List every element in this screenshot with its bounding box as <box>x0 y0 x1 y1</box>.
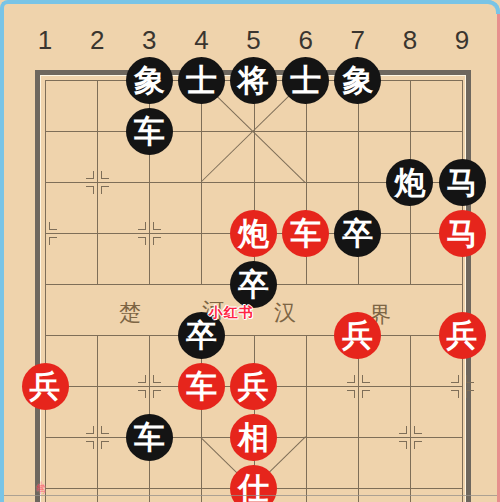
point-marker-c3r4 <box>138 222 146 230</box>
file-line-8-bottom <box>410 335 411 502</box>
piece-black-c3r2[interactable]: 车 <box>126 108 173 155</box>
column-label-3: 3 <box>142 25 156 56</box>
point-marker-c7r7 <box>347 390 355 398</box>
point-marker-c8r8 <box>414 426 422 434</box>
column-label-8: 8 <box>403 25 417 56</box>
piece-red-c5r8[interactable]: 相 <box>230 414 277 461</box>
point-marker-c3r7 <box>138 390 146 398</box>
piece-red-c9r6[interactable]: 兵 <box>439 312 486 359</box>
piece-red-c4r7[interactable]: 车 <box>178 363 225 410</box>
river-char-1: 楚 <box>119 298 141 328</box>
file-line-9 <box>462 80 463 502</box>
point-marker-c9r7 <box>466 390 474 398</box>
file-line-7-bottom <box>358 335 359 502</box>
piece-red-c6r4[interactable]: 车 <box>282 210 329 257</box>
column-label-9: 9 <box>455 25 469 56</box>
point-marker-c3r4 <box>153 222 161 230</box>
piece-red-c9r4[interactable]: 马 <box>439 210 486 257</box>
piece-black-c3r8[interactable]: 车 <box>126 414 173 461</box>
column-label-4: 4 <box>194 25 208 56</box>
point-marker-c1r4 <box>49 222 57 230</box>
blue-frame-corner <box>486 0 500 14</box>
column-label-5: 5 <box>246 25 260 56</box>
file-line-2-bottom <box>97 335 98 502</box>
file-line-1 <box>45 80 46 502</box>
piece-black-c8r3[interactable]: 炮 <box>386 159 433 206</box>
point-marker-c1r4 <box>49 237 57 245</box>
point-marker-c8r8 <box>414 441 422 449</box>
piece-black-c7r4[interactable]: 卒 <box>334 210 381 257</box>
point-marker-c8r8 <box>399 441 407 449</box>
column-label-2: 2 <box>90 25 104 56</box>
point-marker-c3r4 <box>153 237 161 245</box>
watermark-bottom-left: 小红书 <box>34 474 47 480</box>
point-marker-c2r8 <box>101 426 109 434</box>
point-marker-c2r3 <box>101 171 109 179</box>
screenshot-root: 123456789 楚河汉界 象士将士象车炮马炮车卒马卒卒兵兵兵车兵车相仕 小红… <box>0 0 500 502</box>
piece-black-c7r1[interactable]: 象 <box>334 57 381 104</box>
point-marker-c2r8 <box>101 441 109 449</box>
piece-black-c5r5[interactable]: 卒 <box>230 261 277 308</box>
point-marker-c2r8 <box>86 426 94 434</box>
point-marker-c2r3 <box>101 186 109 194</box>
point-marker-c7r7 <box>362 375 370 383</box>
piece-black-c4r1[interactable]: 士 <box>178 57 225 104</box>
point-marker-c9r7 <box>451 375 459 383</box>
piece-black-c9r3[interactable]: 马 <box>439 159 486 206</box>
point-marker-c3r7 <box>153 390 161 398</box>
point-marker-c9r7 <box>451 390 459 398</box>
file-line-2-top <box>97 80 98 284</box>
river-char-3: 汉 <box>274 298 296 328</box>
point-marker-c8r8 <box>399 426 407 434</box>
piece-black-c3r1[interactable]: 象 <box>126 57 173 104</box>
point-marker-c2r3 <box>86 171 94 179</box>
piece-black-c5r1[interactable]: 将 <box>230 57 277 104</box>
column-label-6: 6 <box>298 25 312 56</box>
point-marker-c2r8 <box>86 441 94 449</box>
point-marker-c7r7 <box>347 375 355 383</box>
point-marker-c3r7 <box>138 375 146 383</box>
point-marker-c3r4 <box>138 237 146 245</box>
file-line-4-bottom <box>201 335 202 502</box>
piece-red-c5r4[interactable]: 炮 <box>230 210 277 257</box>
piece-red-c5r7[interactable]: 兵 <box>230 363 277 410</box>
piece-black-c6r1[interactable]: 士 <box>282 57 329 104</box>
piece-red-c1r7[interactable]: 兵 <box>22 363 69 410</box>
piece-red-c7r6[interactable]: 兵 <box>334 312 381 359</box>
file-line-6-bottom <box>306 335 307 502</box>
column-label-1: 1 <box>38 25 52 56</box>
point-marker-c3r7 <box>153 375 161 383</box>
point-marker-c2r3 <box>86 186 94 194</box>
watermark-xiaohongshu: 小红书 <box>209 304 254 322</box>
point-marker-c7r7 <box>362 390 370 398</box>
column-label-7: 7 <box>351 25 365 56</box>
point-marker-c9r7 <box>466 375 474 383</box>
